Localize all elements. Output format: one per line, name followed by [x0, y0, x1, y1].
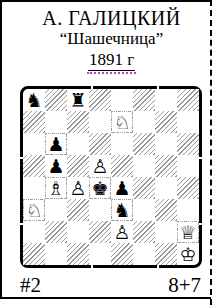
square-a3: ♘: [23, 199, 45, 221]
square-f7: [133, 111, 155, 133]
square-d5: ♙: [89, 155, 111, 177]
piece-white-knight: ♘: [112, 112, 132, 132]
square-c5: [67, 155, 89, 177]
square-h4: [177, 177, 199, 199]
square-b3: [45, 199, 67, 221]
square-e8: [111, 89, 133, 111]
square-a2: [23, 221, 45, 243]
square-h2: ♕: [177, 221, 199, 243]
square-a7: [23, 111, 45, 133]
square-e1: [111, 243, 133, 265]
square-f4: [133, 177, 155, 199]
square-h6: [177, 133, 199, 155]
square-g2: [155, 221, 177, 243]
square-d4: ♚: [89, 177, 111, 199]
square-b5: ♟: [45, 155, 67, 177]
border-tick: [20, 223, 23, 225]
square-g1: [155, 243, 177, 265]
square-c7: [67, 111, 89, 133]
piece-black-pawn: ♟: [113, 179, 130, 198]
square-h3: [177, 199, 199, 221]
square-f3: [133, 199, 155, 221]
square-f6: [133, 133, 155, 155]
source-title: “Шашечница”: [0, 29, 223, 49]
piece-black-pawn: ♟: [46, 134, 66, 154]
piece-white-king: ♔: [179, 245, 196, 264]
border-tick: [157, 265, 159, 268]
square-g5: [155, 155, 177, 177]
square-g4: [155, 177, 177, 199]
square-e7: ♘: [111, 111, 133, 133]
square-a8: ♞: [23, 89, 45, 111]
chess-board: ♞♜♘♟♟♙♗♙♚♟♘♞♙♕♔: [20, 86, 202, 268]
square-c8: ♜: [67, 89, 89, 111]
square-b4: ♗: [45, 177, 67, 199]
square-a4: [23, 177, 45, 199]
square-h1: ♔: [177, 243, 199, 265]
border-tick: [91, 86, 93, 89]
square-c2: [67, 221, 89, 243]
square-e3: ♞: [111, 199, 133, 221]
border-tick: [157, 86, 159, 89]
square-b8: [45, 89, 67, 111]
material-count: 8+7: [168, 273, 201, 297]
year-line: 1891 г: [0, 50, 223, 71]
square-g8: [155, 89, 177, 111]
piece-white-pawn: ♙: [113, 223, 130, 242]
piece-black-knight: ♞: [25, 91, 42, 110]
square-g3: [155, 199, 177, 221]
square-d6: [89, 133, 111, 155]
square-g7: [155, 111, 177, 133]
square-e4: ♟: [111, 177, 133, 199]
year-value: 1891 г: [88, 50, 135, 71]
square-d2: [89, 221, 111, 243]
problem-footer: #2 8+7: [0, 273, 211, 297]
square-h8: [177, 89, 199, 111]
square-f8: [133, 89, 155, 111]
border-tick: [199, 223, 202, 225]
square-a5: [23, 155, 45, 177]
square-e2: ♙: [111, 221, 133, 243]
square-c1: [67, 243, 89, 265]
board-squares: ♞♜♘♟♟♙♗♙♚♟♘♞♙♕♔: [23, 89, 199, 265]
square-b7: [45, 111, 67, 133]
square-c4: ♙: [67, 177, 89, 199]
square-d3: [89, 199, 111, 221]
square-d8: [89, 89, 111, 111]
piece-black-rook: ♜: [69, 91, 86, 110]
square-h7: [177, 111, 199, 133]
piece-black-king: ♚: [90, 178, 110, 198]
piece-white-pawn: ♙: [91, 157, 108, 176]
square-d7: [89, 111, 111, 133]
square-f2: [133, 221, 155, 243]
square-c6: [67, 133, 89, 155]
square-b2: [45, 221, 67, 243]
square-e5: [111, 155, 133, 177]
piece-white-bishop: ♗: [46, 178, 66, 198]
piece-white-queen: ♕: [178, 222, 198, 242]
square-b6: ♟: [45, 133, 67, 155]
square-f5: [133, 155, 155, 177]
piece-white-pawn: ♙: [69, 179, 86, 198]
stipulation-label: #2: [20, 273, 41, 297]
piece-black-knight: ♞: [112, 200, 132, 220]
square-c3: [67, 199, 89, 221]
border-tick: [91, 265, 93, 268]
square-a6: [23, 133, 45, 155]
problem-header: А. ГАЛИЦКИЙ “Шашечница” 1891 г: [0, 7, 223, 71]
border-tick: [20, 157, 23, 159]
square-f1: [133, 243, 155, 265]
square-g6: [155, 133, 177, 155]
square-e6: [111, 133, 133, 155]
piece-black-pawn: ♟: [47, 157, 64, 176]
border-tick: [199, 157, 202, 159]
square-d1: [89, 243, 111, 265]
square-h5: [177, 155, 199, 177]
piece-white-knight: ♘: [24, 200, 44, 220]
square-b1: [45, 243, 67, 265]
author-name: А. ГАЛИЦКИЙ: [0, 7, 223, 29]
square-a1: [23, 243, 45, 265]
